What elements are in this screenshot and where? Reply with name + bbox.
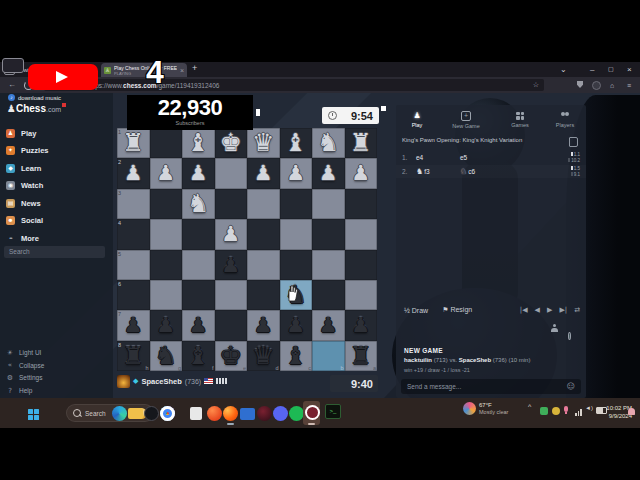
overlay-cursor-dot bbox=[256, 109, 260, 116]
square-b3[interactable] bbox=[312, 189, 345, 219]
sidebar-footer-settings[interactable]: ⚙Settings bbox=[6, 372, 106, 383]
taskbar-search-placeholder: Search bbox=[85, 410, 106, 417]
learn-icon: ◆ bbox=[6, 164, 15, 173]
emoji-icon[interactable]: ☺ bbox=[567, 382, 575, 391]
opening-name: King's Pawn Opening: King's Knight Varia… bbox=[402, 135, 566, 146]
first-move-icon[interactable]: |◀ bbox=[520, 306, 528, 314]
bottom-player-row: ◆ SpaceSheb (736) bbox=[117, 374, 227, 388]
black-pawn[interactable]: ♟ bbox=[117, 310, 150, 340]
move-black-2[interactable]: ♞c6 bbox=[460, 167, 504, 176]
clock-date: 9/9/2024 bbox=[598, 412, 632, 420]
watch-icon: ◉ bbox=[6, 181, 15, 190]
new-tab-button[interactable]: + bbox=[192, 63, 197, 73]
square-e3[interactable] bbox=[215, 189, 248, 219]
weather-widget[interactable]: 67°F Mostly clear bbox=[463, 402, 508, 415]
chat-placeholder: Send a message... bbox=[407, 383, 461, 390]
black-pawn[interactable]: ♟ bbox=[280, 310, 313, 340]
square-f1[interactable]: ♝ bbox=[182, 128, 215, 158]
light-ui-icon: ☀ bbox=[6, 349, 14, 357]
square-h2[interactable]: 2♟ bbox=[117, 158, 150, 188]
resign-flag-icon: ⚑ bbox=[442, 306, 448, 313]
extension-icon[interactable] bbox=[592, 81, 601, 90]
square-d6[interactable] bbox=[247, 280, 280, 310]
white-knight[interactable]: ♞ bbox=[312, 128, 345, 158]
move-row-2[interactable]: 2. ♞f3 ♞c6 1.5 9.1 bbox=[396, 165, 586, 178]
document-app-icon[interactable] bbox=[190, 407, 202, 420]
black-pawn[interactable]: ♟ bbox=[247, 310, 280, 340]
square-c1[interactable]: ♝ bbox=[280, 128, 313, 158]
sidebar-footer-light-ui[interactable]: ☀Light UI bbox=[6, 347, 106, 358]
move-time-white-1: 1.1 bbox=[574, 152, 580, 157]
square-a5[interactable] bbox=[345, 250, 378, 280]
video-ui-fragment bbox=[2, 58, 24, 73]
sidebar-search-input[interactable]: Search bbox=[4, 246, 105, 258]
square-d4[interactable] bbox=[247, 219, 280, 249]
black-pawn[interactable]: ♟ bbox=[312, 310, 345, 340]
games-grid-icon bbox=[516, 112, 524, 120]
square-f3[interactable]: ♞ bbox=[182, 189, 215, 219]
move-black-1[interactable]: e5 bbox=[460, 154, 504, 161]
flip-board-icon[interactable]: ⇄ bbox=[574, 306, 580, 314]
square-a8[interactable]: a♜ bbox=[345, 341, 378, 371]
chess-favicon: ♙ bbox=[104, 67, 111, 74]
us-flag-icon bbox=[204, 378, 213, 384]
discord-icon[interactable] bbox=[273, 406, 288, 421]
sidebar-footer-help[interactable]: ?Help bbox=[6, 385, 106, 396]
black-king[interactable]: ♚ bbox=[215, 341, 248, 371]
white-pawn[interactable]: ♟ bbox=[345, 158, 378, 188]
weather-icon bbox=[463, 402, 476, 415]
square-f7[interactable]: ♟ bbox=[182, 310, 215, 340]
square-a1[interactable]: ♜ bbox=[345, 128, 378, 158]
square-f8[interactable]: f♝ bbox=[182, 341, 215, 371]
close-button[interactable]: × bbox=[627, 63, 632, 76]
subscriber-count: 22,930 bbox=[127, 95, 253, 120]
move-white-2[interactable]: ♞f3 bbox=[416, 167, 460, 176]
black-player-name[interactable]: SpaceSheb bbox=[459, 357, 491, 363]
white-bishop[interactable]: ♝ bbox=[280, 128, 313, 158]
square-d2[interactable]: ♟ bbox=[247, 158, 280, 188]
shield-extension-icon[interactable] bbox=[577, 80, 583, 91]
square-h5[interactable]: 5 bbox=[117, 250, 150, 280]
square-b5[interactable] bbox=[312, 250, 345, 280]
sidebar-item-watch[interactable]: ◉Watch bbox=[6, 179, 106, 193]
settings-icon: ⚙ bbox=[6, 374, 14, 382]
square-b2[interactable]: ♟ bbox=[312, 158, 345, 188]
firefox-icon[interactable] bbox=[223, 406, 238, 421]
bottom-player-name[interactable]: SpaceSheb bbox=[141, 377, 181, 386]
black-pawn[interactable]: ♟ bbox=[215, 250, 248, 280]
youtube-logo bbox=[28, 64, 98, 90]
square-a2[interactable]: ♟ bbox=[345, 158, 378, 188]
dark-app-icon[interactable] bbox=[144, 406, 159, 421]
square-a6[interactable] bbox=[345, 280, 378, 310]
tray-chevron-icon[interactable]: ^ bbox=[528, 403, 531, 410]
overlay-white-square bbox=[381, 106, 386, 111]
url-path: /game/119419312406 bbox=[157, 82, 220, 89]
screen: ar Twin - Happy Face (lyri × ♙ Play Ches… bbox=[0, 0, 640, 480]
panel-tab-play[interactable]: ♟ Play bbox=[398, 108, 436, 131]
social-icon: ☻ bbox=[6, 216, 15, 225]
move-time-black-2: 9.1 bbox=[574, 172, 580, 177]
square-f6[interactable] bbox=[182, 280, 215, 310]
square-d5[interactable] bbox=[247, 250, 280, 280]
widgets-icon[interactable] bbox=[112, 406, 127, 421]
prev-move-icon[interactable]: ◀ bbox=[535, 306, 540, 314]
sidebar-item-learn[interactable]: ◆Learn bbox=[6, 161, 106, 175]
next-move-icon[interactable]: ▶ bbox=[547, 306, 552, 314]
music-icon: ♪ bbox=[8, 94, 15, 101]
square-g8[interactable]: g♞ bbox=[150, 341, 183, 371]
white-rook[interactable]: ♜ bbox=[117, 128, 150, 158]
square-a3[interactable] bbox=[345, 189, 378, 219]
square-e7[interactable] bbox=[215, 310, 248, 340]
square-g1[interactable] bbox=[150, 128, 183, 158]
game-panel: ♟ Play + New Game Games Players King's P… bbox=[396, 105, 586, 398]
white-pawn[interactable]: ♟ bbox=[117, 158, 150, 188]
new-game-plus-icon: + bbox=[461, 111, 471, 121]
sidebar-item-puzzles[interactable]: ✦Puzzles bbox=[6, 144, 106, 158]
brave-icon[interactable] bbox=[207, 406, 222, 421]
search-icon bbox=[73, 409, 81, 417]
black-pawn[interactable]: ♟ bbox=[345, 310, 378, 340]
white-queen[interactable]: ♛ bbox=[247, 128, 280, 158]
tray-green-app-icon[interactable] bbox=[540, 407, 548, 415]
move-time-black-1: 10.2 bbox=[571, 158, 580, 163]
square-c4[interactable] bbox=[280, 219, 313, 249]
download-music-caption: ♪ download music bbox=[8, 94, 61, 101]
tab-chess[interactable]: ♙ Play Chess Online for FREE - 2 P PLAYI… bbox=[101, 63, 187, 77]
sidebar-item-news[interactable]: ▤News bbox=[6, 196, 106, 210]
menu-icon[interactable]: ≡ bbox=[627, 80, 631, 91]
square-c7[interactable]: ♟ bbox=[280, 310, 313, 340]
black-queen[interactable]: ♛ bbox=[247, 341, 280, 371]
white-knight-figurine: ♞ bbox=[416, 167, 423, 176]
sidebar-item-play[interactable]: ♟Play bbox=[6, 126, 106, 140]
weather-temp: 67°F bbox=[479, 402, 508, 409]
clock-icon bbox=[328, 111, 337, 120]
news-icon: ▤ bbox=[6, 199, 15, 208]
white-pawn[interactable]: ♟ bbox=[182, 158, 215, 188]
sidebar-item-more[interactable]: •••More bbox=[6, 231, 106, 245]
square-h6[interactable]: 6 bbox=[117, 280, 150, 310]
square-h3[interactable]: 3 bbox=[117, 189, 150, 219]
panel-tab-players[interactable]: Players bbox=[546, 108, 584, 131]
white-pawn[interactable]: ♟ bbox=[312, 158, 345, 188]
logo-flair bbox=[62, 103, 66, 107]
black-rook[interactable]: ♜ bbox=[345, 341, 378, 371]
volume-icon[interactable]: ◄) bbox=[585, 405, 593, 411]
white-bishop[interactable]: ♝ bbox=[182, 128, 215, 158]
white-pawn[interactable]: ♟ bbox=[247, 158, 280, 188]
tab-close-icon[interactable]: × bbox=[180, 67, 184, 74]
white-pawn[interactable]: ♟ bbox=[215, 219, 248, 249]
collapse-icon: « bbox=[6, 361, 14, 369]
sidebar-item-social[interactable]: ☻Social bbox=[6, 214, 106, 228]
black-bishop[interactable]: ♝ bbox=[182, 341, 215, 371]
play-pawn-icon: ♟ bbox=[413, 111, 420, 120]
opening-book-icon[interactable] bbox=[569, 137, 578, 147]
move-time-white-2: 1.5 bbox=[574, 166, 580, 171]
overlay-big-number: 4 bbox=[146, 54, 164, 91]
url-bar[interactable]: https://www.chess.com/game/119419312406 … bbox=[44, 79, 544, 91]
subscriber-label: Subscribers bbox=[127, 120, 253, 126]
opponent-clock: 9:54 bbox=[322, 107, 379, 124]
membership-diamond-icon: ◆ bbox=[133, 377, 138, 385]
move-row-1[interactable]: 1. e4 e5 1.1 10.2 bbox=[396, 151, 586, 164]
help-icon: ? bbox=[6, 387, 14, 395]
avatar[interactable] bbox=[117, 375, 130, 388]
logo-text: Chess bbox=[16, 103, 46, 114]
panel-tab-new-game[interactable]: + New Game bbox=[440, 108, 492, 131]
bottom-player-rating: (736) bbox=[185, 378, 201, 385]
square-b4[interactable] bbox=[312, 219, 345, 249]
square-d7[interactable]: ♟ bbox=[247, 310, 280, 340]
square-c5[interactable] bbox=[280, 250, 313, 280]
minimize-button[interactable]: – bbox=[590, 63, 594, 76]
new-game-matchup: hacktuilin (713) vs. SpaceSheb (736) (10… bbox=[404, 357, 580, 363]
square-g5[interactable] bbox=[150, 250, 183, 280]
square-a7[interactable]: ♟ bbox=[345, 310, 378, 340]
weather-condition: Mostly clear bbox=[479, 409, 508, 415]
square-e5[interactable]: ♟ bbox=[215, 250, 248, 280]
square-e4[interactable]: ♟ bbox=[215, 219, 248, 249]
black-rook[interactable]: ♜ bbox=[117, 341, 150, 371]
home-icon[interactable]: ⌂ bbox=[610, 80, 614, 91]
panel-tab-games[interactable]: Games bbox=[498, 108, 542, 131]
square-f5[interactable] bbox=[182, 250, 215, 280]
wifi-icon[interactable] bbox=[575, 409, 582, 416]
square-e2[interactable] bbox=[215, 158, 248, 188]
chat-input[interactable]: Send a message... ☺ bbox=[401, 379, 581, 394]
square-c8[interactable]: c♝ bbox=[280, 341, 313, 371]
white-knight[interactable]: ♞ bbox=[182, 189, 215, 219]
square-b6[interactable] bbox=[312, 280, 345, 310]
streak-bars bbox=[216, 378, 227, 384]
square-f2[interactable]: ♟ bbox=[182, 158, 215, 188]
obs-icon[interactable] bbox=[305, 405, 320, 420]
player-clock: 9:40 bbox=[330, 375, 378, 392]
resign-button[interactable]: ⚑ Resign bbox=[442, 306, 472, 314]
square-g3[interactable] bbox=[150, 189, 183, 219]
square-e8[interactable]: e♚ bbox=[215, 341, 248, 371]
black-knight[interactable]: ♞ bbox=[150, 341, 183, 371]
square-g2[interactable]: ♟ bbox=[150, 158, 183, 188]
rating-stakes: win +19 / draw -1 / loss -21 bbox=[404, 367, 470, 373]
more-icon: ••• bbox=[6, 234, 15, 243]
tray-shield-icon[interactable] bbox=[552, 407, 560, 415]
info-icon[interactable]: i bbox=[568, 324, 571, 342]
subscriber-overlay: 22,930 Subscribers bbox=[127, 95, 253, 130]
square-b7[interactable]: ♟ bbox=[312, 310, 345, 340]
square-d3[interactable] bbox=[247, 189, 280, 219]
microphone-icon[interactable] bbox=[564, 406, 568, 412]
maximize-button[interactable]: ▢ bbox=[608, 63, 614, 76]
player-clock-time: 9:40 bbox=[351, 378, 373, 390]
firefox-active-indicator bbox=[227, 423, 234, 425]
bookmark-star-icon[interactable]: ☆ bbox=[533, 81, 539, 89]
players-people-icon bbox=[560, 112, 570, 120]
back-icon[interactable]: ← bbox=[8, 79, 16, 91]
square-c3[interactable] bbox=[280, 189, 313, 219]
white-pawn[interactable]: ♟ bbox=[280, 158, 313, 188]
play-icon: ♟ bbox=[6, 129, 15, 138]
obs-active-indicator bbox=[308, 423, 315, 425]
square-b1[interactable]: ♞ bbox=[312, 128, 345, 158]
chesscom-logo[interactable]: ♟Chess.com bbox=[7, 103, 66, 114]
hand-cursor bbox=[284, 284, 300, 302]
white-pawn[interactable]: ♟ bbox=[150, 158, 183, 188]
square-g6[interactable] bbox=[150, 280, 183, 310]
square-h1[interactable]: 1♜ bbox=[117, 128, 150, 158]
square-f4[interactable] bbox=[182, 219, 215, 249]
terminal-icon[interactable]: >_ bbox=[325, 404, 341, 419]
white-player-name[interactable]: hacktuilin bbox=[404, 357, 432, 363]
list-tabs-icon[interactable]: ⌄ bbox=[560, 63, 567, 76]
square-h4[interactable]: 4 bbox=[117, 219, 150, 249]
move-white-1[interactable]: e4 bbox=[416, 154, 460, 161]
square-e6[interactable] bbox=[215, 280, 248, 310]
taskbar-clock[interactable]: 10:02 PM 9/9/2024 bbox=[598, 404, 632, 420]
white-king[interactable]: ♚ bbox=[215, 128, 248, 158]
new-game-heading: NEW GAME bbox=[404, 347, 443, 354]
black-pawn[interactable]: ♟ bbox=[150, 310, 183, 340]
clock-time: 10:02 PM bbox=[598, 404, 632, 412]
start-button[interactable] bbox=[28, 409, 39, 420]
logo-pawn-icon: ♟ bbox=[7, 103, 16, 114]
spotify-icon[interactable] bbox=[289, 406, 304, 421]
square-h7[interactable]: 7♟ bbox=[117, 310, 150, 340]
logo-suffix: .com bbox=[46, 106, 61, 113]
white-rook[interactable]: ♜ bbox=[345, 128, 378, 158]
sidebar-footer-collapse[interactable]: «Collapse bbox=[6, 360, 106, 371]
square-g4[interactable] bbox=[150, 219, 183, 249]
square-b8[interactable]: b bbox=[312, 341, 345, 371]
square-e1[interactable]: ♚ bbox=[215, 128, 248, 158]
opponent-clock-time: 9:54 bbox=[351, 110, 373, 122]
puzzles-icon: ✦ bbox=[6, 146, 15, 155]
square-h8[interactable]: 8h♜ bbox=[117, 341, 150, 371]
draw-button[interactable]: ½ Draw bbox=[404, 307, 428, 314]
square-g7[interactable]: ♟ bbox=[150, 310, 183, 340]
chess-board: 1♜♝♚♛♝♞♜2♟♟♟♟♟♟♟3♞4♟5♟6♞7♟♟♟♟♟♟♟8h♜g♞f♝e… bbox=[117, 128, 377, 371]
square-a4[interactable] bbox=[345, 219, 378, 249]
photos-app-icon[interactable] bbox=[240, 408, 255, 420]
chrome-icon[interactable] bbox=[160, 406, 175, 421]
dark-red-app-icon[interactable] bbox=[257, 406, 272, 421]
last-move-icon[interactable]: ▶| bbox=[559, 306, 567, 314]
square-c2[interactable]: ♟ bbox=[280, 158, 313, 188]
black-pawn[interactable]: ♟ bbox=[182, 310, 215, 340]
black-bishop[interactable]: ♝ bbox=[280, 341, 313, 371]
square-d8[interactable]: d♛ bbox=[247, 341, 280, 371]
black-knight-figurine: ♞ bbox=[460, 167, 467, 176]
square-d1[interactable]: ♛ bbox=[247, 128, 280, 158]
file-explorer-icon[interactable] bbox=[128, 408, 143, 419]
